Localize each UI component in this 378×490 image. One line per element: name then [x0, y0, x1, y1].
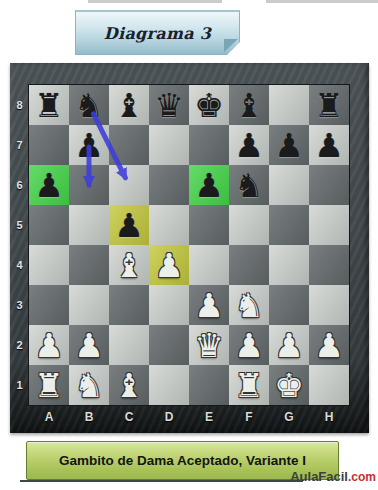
square-h7: ♟ [309, 125, 349, 165]
file-labels: ABCDEFGH [29, 405, 349, 429]
square-b7: ♟ [69, 125, 109, 165]
square-a2: ♟ [29, 325, 69, 365]
rank-label-8: 8 [10, 85, 29, 125]
diagram-page: Diagrama 3 87654321 ♜♞♝♛♚♝♜♟♟♟♟♟♟♞♟♝♟♟♞♟… [0, 0, 378, 490]
square-f7: ♟ [229, 125, 269, 165]
square-b6 [69, 165, 109, 205]
square-e5 [189, 205, 229, 245]
rank-label-3: 3 [10, 285, 29, 325]
file-label-e: E [189, 405, 229, 429]
square-g1: ♚ [269, 365, 309, 405]
board-squares: ♜♞♝♛♚♝♜♟♟♟♟♟♟♞♟♝♟♟♞♟♟♛♟♟♟♜♞♝♜♚ [29, 85, 349, 405]
white-pawn-a2: ♟ [29, 325, 69, 365]
white-queen-e2: ♛ [189, 325, 229, 365]
square-g5 [269, 205, 309, 245]
ribbon-fold-corner [224, 39, 238, 52]
square-g3 [269, 285, 309, 325]
square-h8: ♜ [309, 85, 349, 125]
square-f3: ♞ [229, 285, 269, 325]
white-pawn-f2: ♟ [229, 325, 269, 365]
black-rook-h8: ♜ [309, 85, 349, 125]
page-artifact-line [266, 0, 378, 3]
black-pawn-a6: ♟ [29, 165, 69, 205]
rank-labels: 87654321 [10, 85, 29, 405]
black-bishop-f8: ♝ [229, 85, 269, 125]
square-g2: ♟ [269, 325, 309, 365]
rank-label-6: 6 [10, 165, 29, 205]
square-g4 [269, 245, 309, 285]
chess-board-frame: 87654321 ♜♞♝♛♚♝♜♟♟♟♟♟♟♞♟♝♟♟♞♟♟♛♟♟♟♜♞♝♜♚ … [10, 63, 369, 433]
square-a7 [29, 125, 69, 165]
file-label-c: C [109, 405, 149, 429]
rank-label-1: 1 [10, 365, 29, 405]
square-g6 [269, 165, 309, 205]
square-d5 [149, 205, 189, 245]
black-pawn-f7: ♟ [229, 125, 269, 165]
brand-suffix: .com [348, 470, 376, 484]
square-e6: ♟ [189, 165, 229, 205]
square-a6: ♟ [29, 165, 69, 205]
square-g8 [269, 85, 309, 125]
square-f6: ♞ [229, 165, 269, 205]
black-pawn-g7: ♟ [269, 125, 309, 165]
square-b3 [69, 285, 109, 325]
square-c8: ♝ [109, 85, 149, 125]
square-c3 [109, 285, 149, 325]
white-pawn-e3: ♟ [189, 285, 229, 325]
brand-name: AulaFacil [290, 469, 348, 484]
white-knight-b1: ♞ [69, 365, 109, 405]
square-d8: ♛ [149, 85, 189, 125]
square-h4 [309, 245, 349, 285]
white-bishop-c1: ♝ [109, 365, 149, 405]
square-d2 [149, 325, 189, 365]
site-branding: AulaFacil.com [290, 469, 376, 484]
rank-label-7: 7 [10, 125, 29, 165]
square-b5 [69, 205, 109, 245]
black-knight-b8: ♞ [69, 85, 109, 125]
square-b2: ♟ [69, 325, 109, 365]
square-d3 [149, 285, 189, 325]
black-pawn-c5: ♟ [109, 205, 149, 245]
square-c6 [109, 165, 149, 205]
square-h3 [309, 285, 349, 325]
square-h1 [309, 365, 349, 405]
square-c1: ♝ [109, 365, 149, 405]
white-bishop-c4: ♝ [109, 245, 149, 285]
rank-label-2: 2 [10, 325, 29, 365]
square-d1 [149, 365, 189, 405]
square-h2: ♟ [309, 325, 349, 365]
white-pawn-d4: ♟ [149, 245, 189, 285]
square-a4 [29, 245, 69, 285]
file-label-h: H [309, 405, 349, 429]
square-a5 [29, 205, 69, 245]
square-c7 [109, 125, 149, 165]
black-queen-d8: ♛ [149, 85, 189, 125]
rank-label-4: 4 [10, 245, 29, 285]
square-a1: ♜ [29, 365, 69, 405]
file-label-a: A [29, 405, 69, 429]
square-h5 [309, 205, 349, 245]
opening-caption: Gambito de Dama Aceptado, Variante I [59, 453, 306, 468]
square-f4 [229, 245, 269, 285]
file-label-g: G [269, 405, 309, 429]
square-h6 [309, 165, 349, 205]
square-e1 [189, 365, 229, 405]
square-f2: ♟ [229, 325, 269, 365]
square-g7: ♟ [269, 125, 309, 165]
square-b8: ♞ [69, 85, 109, 125]
black-bishop-c8: ♝ [109, 85, 149, 125]
black-knight-f6: ♞ [229, 165, 269, 205]
square-e8: ♚ [189, 85, 229, 125]
black-rook-a8: ♜ [29, 85, 69, 125]
square-c2 [109, 325, 149, 365]
rank-label-5: 5 [10, 205, 29, 245]
white-king-g1: ♚ [269, 365, 309, 405]
square-f5 [229, 205, 269, 245]
square-e2: ♛ [189, 325, 229, 365]
page-artifact-line [88, 0, 222, 3]
white-knight-f3: ♞ [229, 285, 269, 325]
square-b4 [69, 245, 109, 285]
square-d7 [149, 125, 189, 165]
black-king-e8: ♚ [189, 85, 229, 125]
white-pawn-h2: ♟ [309, 325, 349, 365]
square-a3 [29, 285, 69, 325]
black-pawn-h7: ♟ [309, 125, 349, 165]
square-e4 [189, 245, 229, 285]
white-pawn-g2: ♟ [269, 325, 309, 365]
square-c5: ♟ [109, 205, 149, 245]
square-a8: ♜ [29, 85, 69, 125]
square-f8: ♝ [229, 85, 269, 125]
square-b1: ♞ [69, 365, 109, 405]
white-rook-f1: ♜ [229, 365, 269, 405]
file-label-b: B [69, 405, 109, 429]
square-f1: ♜ [229, 365, 269, 405]
black-pawn-b7: ♟ [69, 125, 109, 165]
file-label-d: D [149, 405, 189, 429]
square-e3: ♟ [189, 285, 229, 325]
file-label-f: F [229, 405, 269, 429]
footer-divider [20, 480, 303, 482]
square-d4: ♟ [149, 245, 189, 285]
square-d6 [149, 165, 189, 205]
diagram-title-ribbon: Diagrama 3 [75, 10, 240, 55]
square-c4: ♝ [109, 245, 149, 285]
white-rook-a1: ♜ [29, 365, 69, 405]
white-pawn-b2: ♟ [69, 325, 109, 365]
black-pawn-e6: ♟ [189, 165, 229, 205]
diagram-title: Diagrama 3 [104, 24, 211, 43]
square-e7 [189, 125, 229, 165]
